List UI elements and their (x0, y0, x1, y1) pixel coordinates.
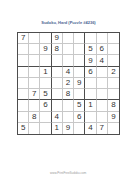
cell-r8c5-empty[interactable] (63, 112, 74, 123)
cell-r6c9-empty[interactable] (108, 89, 119, 100)
cell-r6c4-empty[interactable] (52, 89, 63, 100)
cell-r4c7-given: 6 (85, 67, 96, 78)
cell-r3c1-empty[interactable] (18, 55, 29, 66)
cell-r2c1-empty[interactable] (18, 44, 29, 55)
cell-r9c7-given: 4 (85, 123, 96, 134)
footer-url: www.PrintFreeSudoku.com (50, 171, 86, 174)
cell-r2c6-empty[interactable] (74, 44, 85, 55)
cell-r1c6-empty[interactable] (74, 33, 85, 44)
cell-r5c4-empty[interactable] (52, 78, 63, 89)
cell-r1c4-given: 9 (52, 33, 63, 44)
cell-r5c5-given: 2 (63, 78, 74, 89)
cell-r5c8-empty[interactable] (97, 78, 108, 89)
cell-r5c2-empty[interactable] (29, 78, 40, 89)
cell-r3c5-empty[interactable] (63, 55, 74, 66)
cell-r4c4-empty[interactable] (52, 67, 63, 78)
cell-r6c8-empty[interactable] (97, 89, 108, 100)
cell-r9c9-empty[interactable] (108, 123, 119, 134)
page-title: Sudoku, Hard (Puzzle #4236) (41, 20, 95, 25)
footer-row: www.PrintFreeSudoku.com (0, 162, 136, 176)
cell-r2c2-empty[interactable] (29, 44, 40, 55)
cell-r3c2-empty[interactable] (29, 55, 40, 66)
cell-r5c1-empty[interactable] (18, 78, 29, 89)
cell-r8c8-empty[interactable] (97, 112, 108, 123)
cell-r3c8-given: 4 (97, 55, 108, 66)
cell-r1c7-empty[interactable] (85, 33, 96, 44)
cell-r2c4-given: 8 (52, 44, 63, 55)
cell-r7c7-given: 1 (85, 100, 96, 111)
cell-r9c1-given: 5 (18, 123, 29, 134)
cell-r9c2-empty[interactable] (29, 123, 40, 134)
cell-r9c6-empty[interactable] (74, 123, 85, 134)
cell-r3c3-empty[interactable] (40, 55, 51, 66)
cell-r5c6-given: 9 (74, 78, 85, 89)
cell-r8c1-empty[interactable] (18, 112, 29, 123)
cell-r7c9-given: 8 (108, 100, 119, 111)
cell-r8c6-given: 6 (74, 112, 85, 123)
cell-r5c9-empty[interactable] (108, 78, 119, 89)
cell-r9c8-given: 7 (97, 123, 108, 134)
cell-r1c9-empty[interactable] (108, 33, 119, 44)
cell-r7c2-empty[interactable] (29, 100, 40, 111)
cell-r6c6-empty[interactable] (74, 89, 85, 100)
cell-r8c9-given: 9 (108, 112, 119, 123)
cell-r6c7-empty[interactable] (85, 89, 96, 100)
cell-r4c6-empty[interactable] (74, 67, 85, 78)
cell-r5c3-empty[interactable] (40, 78, 51, 89)
cell-r6c3-given: 5 (40, 89, 51, 100)
cell-r1c3-empty[interactable] (40, 33, 51, 44)
cell-r7c8-empty[interactable] (97, 100, 108, 111)
cell-r9c4-given: 1 (52, 123, 63, 134)
cell-r4c3-given: 1 (40, 67, 51, 78)
cell-r1c5-empty[interactable] (63, 33, 74, 44)
sudoku-board: 799856941462297586518846951947 (17, 32, 120, 135)
cell-r4c8-empty[interactable] (97, 67, 108, 78)
cell-r9c5-given: 9 (63, 123, 74, 134)
cell-r7c4-empty[interactable] (52, 100, 63, 111)
cell-r7c6-given: 5 (74, 100, 85, 111)
cell-r3c9-empty[interactable] (108, 55, 119, 66)
cell-r2c7-given: 5 (85, 44, 96, 55)
page-title-row: Sudoku, Hard (Puzzle #4236) (0, 13, 136, 31)
cell-r1c8-empty[interactable] (97, 33, 108, 44)
cell-r3c4-empty[interactable] (52, 55, 63, 66)
cell-r1c1-given: 7 (18, 33, 29, 44)
cell-r6c5-given: 8 (63, 89, 74, 100)
cell-r4c5-given: 4 (63, 67, 74, 78)
cell-r4c1-empty[interactable] (18, 67, 29, 78)
cell-r4c2-empty[interactable] (29, 67, 40, 78)
cell-r9c3-empty[interactable] (40, 123, 51, 134)
cell-r8c7-empty[interactable] (85, 112, 96, 123)
cell-r6c2-given: 7 (29, 89, 40, 100)
cell-r8c3-empty[interactable] (40, 112, 51, 123)
cell-r1c2-empty[interactable] (29, 33, 40, 44)
cell-r3c7-given: 9 (85, 55, 96, 66)
cell-r2c9-empty[interactable] (108, 44, 119, 55)
cell-r8c4-given: 4 (52, 112, 63, 123)
cell-r4c9-given: 2 (108, 67, 119, 78)
cell-r8c2-given: 8 (29, 112, 40, 123)
cell-r2c5-empty[interactable] (63, 44, 74, 55)
cell-r7c1-empty[interactable] (18, 100, 29, 111)
cell-r6c1-empty[interactable] (18, 89, 29, 100)
cell-r2c8-given: 6 (97, 44, 108, 55)
sudoku-page: Sudoku, Hard (Puzzle #4236) 799856941462… (0, 0, 136, 176)
cell-r3c6-empty[interactable] (74, 55, 85, 66)
cell-r5c7-empty[interactable] (85, 78, 96, 89)
cell-r2c3-given: 9 (40, 44, 51, 55)
cell-r7c5-empty[interactable] (63, 100, 74, 111)
cell-r7c3-given: 6 (40, 100, 51, 111)
